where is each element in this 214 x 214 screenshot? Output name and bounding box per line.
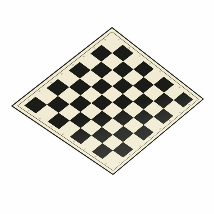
chessboard: abcdefgh abcdefgh 87654321 87654321 xyxy=(11,27,204,175)
product-photo: abcdefgh abcdefgh 87654321 87654321 xyxy=(0,0,214,214)
board-grid xyxy=(24,37,193,166)
